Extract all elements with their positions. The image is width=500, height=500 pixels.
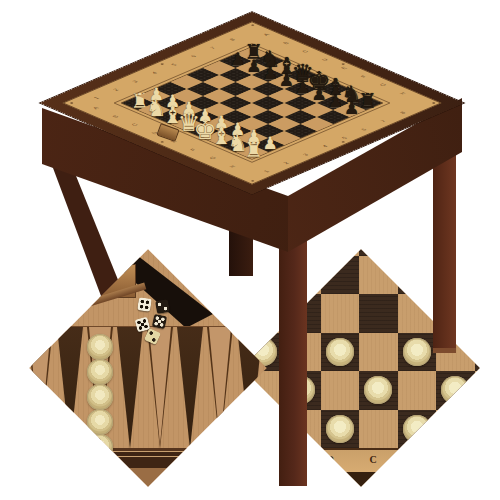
checkers-piece-cream xyxy=(249,415,277,443)
coord-label: H xyxy=(398,91,407,95)
coord-label: G xyxy=(208,156,217,160)
checkers-square xyxy=(475,256,480,295)
screw-dot xyxy=(341,63,345,65)
checkers-square xyxy=(321,294,360,333)
coord-label: A xyxy=(262,33,270,37)
coord-label: 8 xyxy=(228,38,236,41)
backgammon-checker xyxy=(87,409,113,435)
coord-label: 3 xyxy=(301,153,309,156)
checkers-square xyxy=(398,256,437,295)
backgammon-points xyxy=(29,326,267,450)
coord-label: 6 xyxy=(189,55,197,58)
backgammon-point-dark xyxy=(237,327,263,449)
screw-dot xyxy=(341,141,345,143)
coord-label: F xyxy=(359,75,367,78)
chess-piece-white-pawn: ♟ xyxy=(259,132,282,155)
black-die-5 xyxy=(152,314,167,329)
backgammon-point-dark xyxy=(57,327,83,449)
coord-label: G xyxy=(379,83,388,87)
white-die-4 xyxy=(137,297,152,312)
checkers-square xyxy=(475,249,480,255)
backgammon-point-light xyxy=(147,327,173,449)
coord-label: 2 xyxy=(282,161,290,164)
screw-dot xyxy=(251,24,255,26)
backgammon-inset xyxy=(29,249,267,487)
checkers-square xyxy=(359,256,398,295)
checkers-square xyxy=(321,249,360,255)
coord-label: 7 xyxy=(379,119,387,122)
backgammon-point-light xyxy=(207,327,233,449)
black-rook-glyph: ♜ xyxy=(358,91,377,112)
checkers-square xyxy=(359,410,398,449)
checkers-square xyxy=(475,371,480,410)
checkers-square xyxy=(244,410,283,449)
checkers-square xyxy=(242,410,243,449)
checkers-square xyxy=(359,333,398,372)
backgammon-point-dark xyxy=(177,327,203,449)
screw-dot xyxy=(432,102,436,104)
coord-label: 6 xyxy=(360,128,368,131)
point-inner xyxy=(29,327,51,445)
backgammon-point-dark xyxy=(117,327,143,449)
checkers-piece-cream xyxy=(403,338,431,366)
white-pawn-glyph: ♟ xyxy=(263,135,278,152)
product-photo-game-table: DC ♜♟♟♜♞♟♟♞♝♟♟♝♛♟♟♛♚♟♟♚♝♟♟♝♞♟♟♞♜♟♟♜ AA11… xyxy=(0,0,500,500)
coord-label: 7 xyxy=(209,46,217,49)
checkers-piece-cream xyxy=(326,338,354,366)
black-die-2 xyxy=(155,299,170,314)
backgammon-checker xyxy=(87,334,113,360)
checkers-square xyxy=(398,371,437,410)
checkers-border-strip: DC xyxy=(242,448,480,472)
checkers-coord-label: D xyxy=(319,454,341,465)
coord-label: 4 xyxy=(321,145,329,148)
checkers-piece-cream xyxy=(326,415,354,443)
coord-label: B xyxy=(281,41,289,45)
backgammon-frame-strip xyxy=(29,448,267,468)
coord-label: D xyxy=(320,58,329,62)
coord-label: F xyxy=(189,148,197,151)
checkers-square xyxy=(321,256,360,295)
coord-label: A xyxy=(91,106,99,110)
checkers-coord-label: C xyxy=(362,454,384,465)
chess-piece-black-rook: ♜ xyxy=(356,90,379,113)
coord-label: E xyxy=(340,66,348,70)
coord-label: C xyxy=(301,49,310,53)
coord-label: 8 xyxy=(399,111,407,114)
screw-dot xyxy=(160,63,164,65)
checkers-square xyxy=(475,294,480,333)
backgammon-frame-wood xyxy=(29,468,267,487)
coord-label: H xyxy=(228,165,237,169)
coord-label: B xyxy=(111,115,119,119)
coord-label: 5 xyxy=(170,63,178,66)
coord-label: 1 xyxy=(92,96,100,99)
point-inner xyxy=(149,327,171,445)
checkers-square xyxy=(398,294,437,333)
checkers-square xyxy=(436,410,475,449)
checkers-square xyxy=(359,294,398,333)
screw-dot xyxy=(70,102,74,104)
backgammon-checker xyxy=(87,434,113,460)
coord-label: 1 xyxy=(263,170,271,173)
backgammon-board xyxy=(29,249,267,487)
backgammon-point-light xyxy=(29,327,53,449)
coord-label: 2 xyxy=(112,88,120,91)
backgammon-checker xyxy=(87,384,113,410)
checkers-square xyxy=(398,249,437,255)
coord-label: C xyxy=(130,123,139,127)
coord-label: 5 xyxy=(340,136,348,139)
checkers-square xyxy=(242,294,243,333)
point-inner xyxy=(209,327,231,445)
table-leg-front xyxy=(279,218,307,486)
screw-dot xyxy=(160,141,164,143)
checkers-square xyxy=(475,333,480,372)
backgammon-checker xyxy=(87,359,113,385)
checkers-square xyxy=(475,410,480,449)
checkers-square xyxy=(244,294,283,333)
checkers-piece-cream xyxy=(403,415,431,443)
coord-label: 3 xyxy=(131,80,139,83)
checkers-square xyxy=(321,371,360,410)
checkers-piece-cream xyxy=(441,376,469,404)
coord-label: 4 xyxy=(151,71,159,74)
table-leg-right xyxy=(433,140,456,353)
screw-dot xyxy=(251,180,255,182)
wooden-stick xyxy=(41,283,146,321)
